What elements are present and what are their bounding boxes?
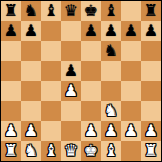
square-h4[interactable] (141, 81, 161, 101)
square-d3[interactable] (61, 101, 81, 121)
square-e1[interactable]: ♚ (81, 141, 101, 161)
black-bishop[interactable]: ♝ (104, 1, 118, 21)
white-pawn[interactable]: ♟ (84, 121, 98, 141)
white-pawn[interactable]: ♟ (124, 121, 138, 141)
square-h1[interactable]: ♜ (141, 141, 161, 161)
square-b3[interactable] (21, 101, 41, 121)
white-king[interactable]: ♚ (84, 141, 98, 161)
white-pawn[interactable]: ♟ (4, 121, 18, 141)
square-g6[interactable] (121, 41, 141, 61)
square-g8[interactable] (121, 1, 141, 21)
square-g5[interactable] (121, 61, 141, 81)
white-pawn[interactable]: ♟ (64, 81, 78, 101)
black-king[interactable]: ♚ (84, 1, 98, 21)
square-c7[interactable] (41, 21, 61, 41)
white-knight[interactable]: ♞ (24, 141, 38, 161)
black-pawn[interactable]: ♟ (104, 21, 118, 41)
square-e8[interactable]: ♚ (81, 1, 101, 21)
square-b4[interactable] (21, 81, 41, 101)
square-e5[interactable] (81, 61, 101, 81)
chess-board-frame: ♜♞♝♛♚♝♜♟♟♟♟♟♟♞♟♟♞♟♟♟♟♟♟♜♞♝♛♚♝♜ (0, 0, 162, 162)
black-knight[interactable]: ♞ (24, 1, 38, 21)
square-d1[interactable]: ♛ (61, 141, 81, 161)
black-pawn[interactable]: ♟ (64, 61, 78, 81)
white-pawn[interactable]: ♟ (144, 121, 158, 141)
square-f3[interactable]: ♞ (101, 101, 121, 121)
square-g7[interactable]: ♟ (121, 21, 141, 41)
square-g3[interactable] (121, 101, 141, 121)
square-g4[interactable] (121, 81, 141, 101)
black-rook[interactable]: ♜ (144, 1, 158, 21)
square-a7[interactable]: ♟ (1, 21, 21, 41)
square-b6[interactable] (21, 41, 41, 61)
square-b8[interactable]: ♞ (21, 1, 41, 21)
square-d6[interactable] (61, 41, 81, 61)
square-d7[interactable] (61, 21, 81, 41)
square-b5[interactable] (21, 61, 41, 81)
square-h3[interactable] (141, 101, 161, 121)
square-a1[interactable]: ♜ (1, 141, 21, 161)
square-a2[interactable]: ♟ (1, 121, 21, 141)
square-g1[interactable] (121, 141, 141, 161)
square-c5[interactable] (41, 61, 61, 81)
white-rook[interactable]: ♜ (4, 141, 18, 161)
square-a4[interactable] (1, 81, 21, 101)
square-f1[interactable]: ♝ (101, 141, 121, 161)
black-rook[interactable]: ♜ (4, 1, 18, 21)
square-e3[interactable] (81, 101, 101, 121)
black-queen[interactable]: ♛ (64, 1, 78, 21)
square-f6[interactable]: ♞ (101, 41, 121, 61)
square-b7[interactable]: ♟ (21, 21, 41, 41)
white-pawn[interactable]: ♟ (24, 121, 38, 141)
square-e2[interactable]: ♟ (81, 121, 101, 141)
white-rook[interactable]: ♜ (144, 141, 158, 161)
square-d2[interactable] (61, 121, 81, 141)
white-knight[interactable]: ♞ (104, 101, 118, 121)
black-pawn[interactable]: ♟ (124, 21, 138, 41)
square-e6[interactable] (81, 41, 101, 61)
square-c3[interactable] (41, 101, 61, 121)
square-a5[interactable] (1, 61, 21, 81)
square-h5[interactable] (141, 61, 161, 81)
square-h2[interactable]: ♟ (141, 121, 161, 141)
square-a6[interactable] (1, 41, 21, 61)
square-e4[interactable] (81, 81, 101, 101)
square-d4[interactable]: ♟ (61, 81, 81, 101)
square-c2[interactable] (41, 121, 61, 141)
square-c6[interactable] (41, 41, 61, 61)
black-pawn[interactable]: ♟ (84, 21, 98, 41)
black-pawn[interactable]: ♟ (24, 21, 38, 41)
square-d8[interactable]: ♛ (61, 1, 81, 21)
square-h6[interactable] (141, 41, 161, 61)
black-pawn[interactable]: ♟ (144, 21, 158, 41)
black-knight[interactable]: ♞ (104, 41, 118, 61)
square-f2[interactable]: ♟ (101, 121, 121, 141)
black-pawn[interactable]: ♟ (4, 21, 18, 41)
square-f5[interactable] (101, 61, 121, 81)
square-b2[interactable]: ♟ (21, 121, 41, 141)
white-bishop[interactable]: ♝ (44, 141, 58, 161)
square-a3[interactable] (1, 101, 21, 121)
chess-board: ♜♞♝♛♚♝♜♟♟♟♟♟♟♞♟♟♞♟♟♟♟♟♟♜♞♝♛♚♝♜ (1, 1, 161, 161)
white-pawn[interactable]: ♟ (104, 121, 118, 141)
square-e7[interactable]: ♟ (81, 21, 101, 41)
black-bishop[interactable]: ♝ (44, 1, 58, 21)
square-c4[interactable] (41, 81, 61, 101)
square-f4[interactable] (101, 81, 121, 101)
square-d5[interactable]: ♟ (61, 61, 81, 81)
square-c8[interactable]: ♝ (41, 1, 61, 21)
square-f8[interactable]: ♝ (101, 1, 121, 21)
square-a8[interactable]: ♜ (1, 1, 21, 21)
square-g2[interactable]: ♟ (121, 121, 141, 141)
square-b1[interactable]: ♞ (21, 141, 41, 161)
white-bishop[interactable]: ♝ (104, 141, 118, 161)
white-queen[interactable]: ♛ (64, 141, 78, 161)
square-h7[interactable]: ♟ (141, 21, 161, 41)
square-f7[interactable]: ♟ (101, 21, 121, 41)
square-c1[interactable]: ♝ (41, 141, 61, 161)
square-h8[interactable]: ♜ (141, 1, 161, 21)
